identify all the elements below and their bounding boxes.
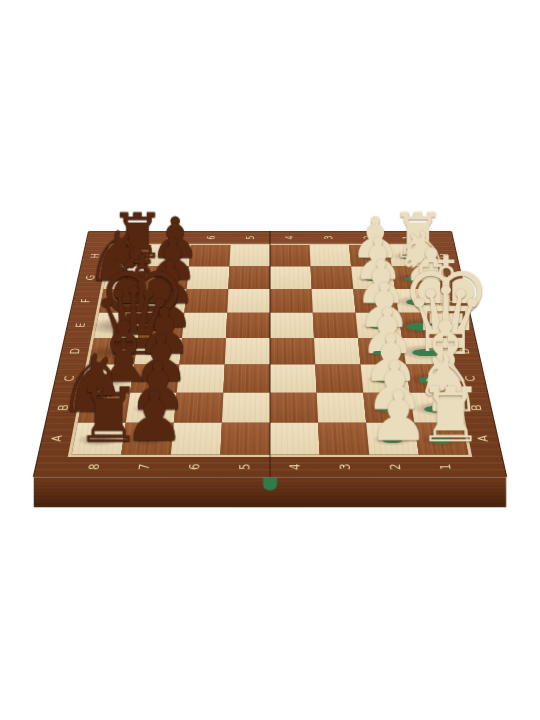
piece-base-felt xyxy=(378,406,399,412)
coord-label-bottom-7: 7 xyxy=(132,459,157,474)
coord-label-right-G: G xyxy=(439,273,460,283)
square-b6 xyxy=(174,393,224,423)
piece-base-felt xyxy=(367,300,385,305)
coord-label-left-D: D xyxy=(64,345,87,357)
coord-label-top-5: 5 xyxy=(241,233,259,242)
board-front-edge xyxy=(34,478,506,508)
square-c5 xyxy=(223,365,270,393)
coord-label-right-C: C xyxy=(459,372,483,385)
square-f6 xyxy=(184,289,228,313)
piece-base-felt xyxy=(429,437,453,444)
square-a6 xyxy=(171,423,222,455)
coord-label-top-7: 7 xyxy=(163,233,182,242)
coord-label-bottom-6: 6 xyxy=(183,459,207,474)
piece-base-felt xyxy=(364,277,382,281)
coord-label-bottom-1: 1 xyxy=(433,459,458,474)
coord-label-right-A: A xyxy=(471,431,496,445)
square-b5 xyxy=(222,393,270,423)
square-e4 xyxy=(270,313,314,338)
coord-label-top-6: 6 xyxy=(202,233,220,242)
piece-base-felt xyxy=(401,255,420,260)
square-g5 xyxy=(228,266,270,289)
fold-seam xyxy=(269,231,271,477)
piece-base-felt xyxy=(375,377,395,383)
square-c3 xyxy=(315,365,363,393)
product-photo-scene: HH88GG77FF66EE55DD44CC33BB22AA11 ♜♟♟♜♞♟♟… xyxy=(0,0,540,720)
square-f3 xyxy=(312,289,356,313)
piece-shadow xyxy=(152,252,188,261)
coord-label-bottom-4: 4 xyxy=(284,459,307,474)
square-c4 xyxy=(270,365,317,393)
coord-label-bottom-2: 2 xyxy=(383,459,408,474)
square-h6 xyxy=(189,245,231,266)
coord-label-top-4: 4 xyxy=(281,233,299,242)
fold-hinge-felt xyxy=(263,478,277,491)
coord-label-right-F: F xyxy=(444,295,465,306)
piece-base-felt xyxy=(372,350,392,355)
piece-base-felt xyxy=(382,437,403,443)
square-d6 xyxy=(179,338,226,365)
piece-base-felt xyxy=(418,377,444,384)
piece-base-felt xyxy=(406,299,430,305)
piece-base-felt xyxy=(369,324,388,329)
piece-shadow xyxy=(148,274,185,284)
square-a5 xyxy=(220,423,270,455)
piece-base-felt xyxy=(412,349,441,357)
coord-label-left-G: G xyxy=(80,273,101,283)
square-h5 xyxy=(229,245,270,266)
square-h3 xyxy=(310,245,352,266)
square-b4 xyxy=(270,393,318,423)
coord-label-top-2: 2 xyxy=(359,233,378,242)
coord-label-top-8: 8 xyxy=(123,233,142,242)
coord-label-left-F: F xyxy=(75,295,96,306)
square-f5 xyxy=(227,289,270,313)
coord-label-top-3: 3 xyxy=(320,233,338,242)
coord-label-left-B: B xyxy=(51,401,75,415)
square-c6 xyxy=(177,365,225,393)
piece-shadow xyxy=(145,297,183,307)
chess-board: HH88GG77FF66EE55DD44CC33BB22AA11 ♜♟♟♜♞♟♟… xyxy=(33,231,508,477)
coord-label-right-B: B xyxy=(464,401,488,415)
square-h4 xyxy=(270,245,311,266)
square-e5 xyxy=(226,313,270,338)
coord-label-left-A: A xyxy=(44,431,69,445)
square-g6 xyxy=(187,266,230,289)
square-a3 xyxy=(318,423,369,455)
piece-base-felt xyxy=(362,255,379,259)
coord-label-bottom-8: 8 xyxy=(82,459,107,474)
coord-label-right-D: D xyxy=(453,345,476,357)
coord-label-bottom-5: 5 xyxy=(233,459,256,474)
square-d3 xyxy=(314,338,361,365)
square-g3 xyxy=(311,266,354,289)
coord-label-left-C: C xyxy=(58,372,82,385)
coord-label-right-H: H xyxy=(435,251,455,261)
square-b3 xyxy=(317,393,367,423)
square-e3 xyxy=(313,313,358,338)
square-f4 xyxy=(270,289,313,313)
square-d5 xyxy=(225,338,270,365)
square-d4 xyxy=(270,338,315,365)
piece-base-felt xyxy=(406,323,438,331)
coord-label-top-1: 1 xyxy=(397,233,416,242)
coord-label-bottom-3: 3 xyxy=(333,459,357,474)
coord-label-left-H: H xyxy=(85,251,105,261)
square-a4 xyxy=(270,423,320,455)
square-e6 xyxy=(182,313,227,338)
square-g4 xyxy=(270,266,312,289)
